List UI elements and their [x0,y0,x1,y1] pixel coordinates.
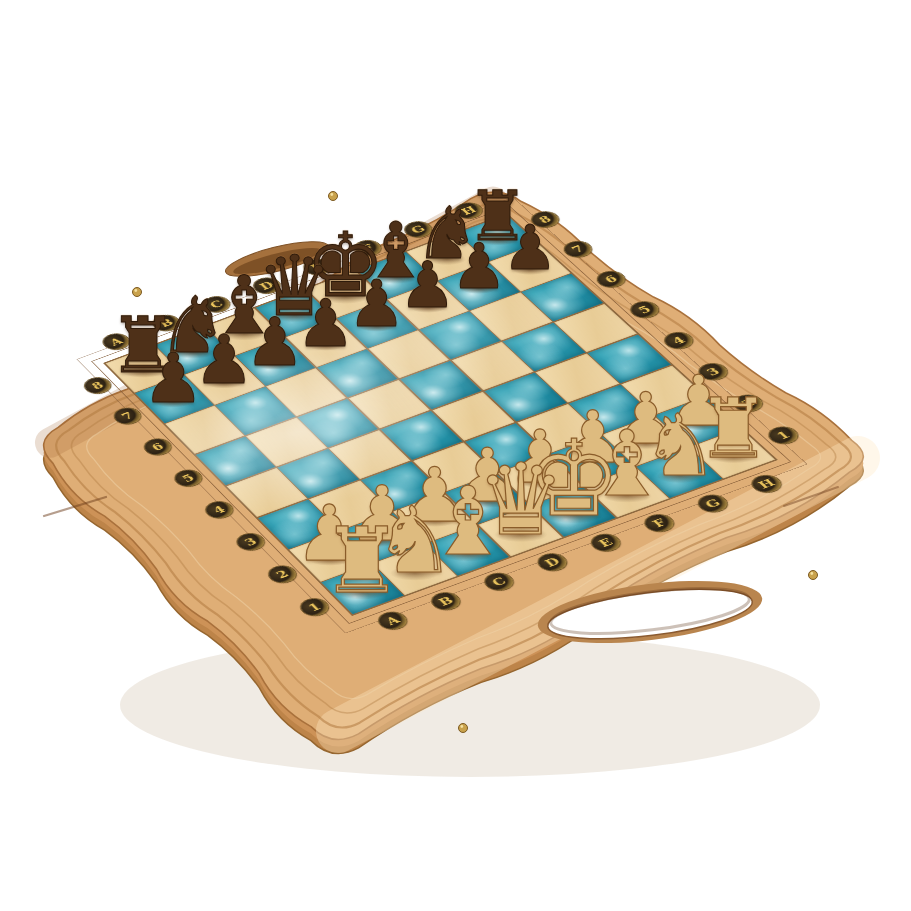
brass-pin-highlight-1 [134,289,137,292]
brass-pin-1 [133,288,142,297]
brass-pin-4 [459,724,468,733]
brass-pin-3 [809,571,818,580]
brass-pin-2 [329,192,338,201]
brass-pin-highlight-2 [330,193,333,196]
wooden-case [0,0,911,911]
chess-set-photo: AABBCCDDEEFFGGHH8877665544332211 ♜♞♝♛♚♝♞… [0,0,911,911]
brass-pin-highlight-3 [810,572,813,575]
brass-pin-highlight-4 [460,725,463,728]
